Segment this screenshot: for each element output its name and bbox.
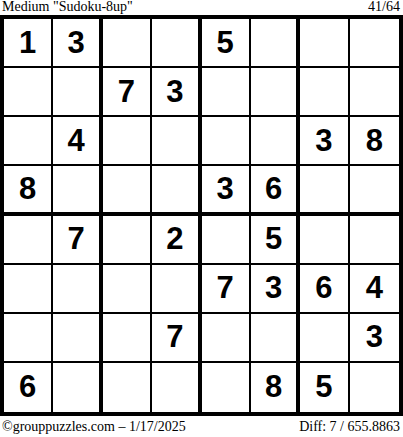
cell-r2c7 [300, 68, 349, 117]
cell-r6c7: 6 [300, 265, 349, 314]
cell-r8c8 [350, 363, 399, 412]
cell-r6c6: 3 [251, 265, 300, 314]
cell-r5c7 [300, 216, 349, 265]
cell-r3c8: 8 [350, 117, 399, 166]
cell-r5c6: 5 [251, 216, 300, 265]
cell-r1c5: 5 [202, 19, 251, 68]
cell-r3c2: 4 [53, 117, 102, 166]
cell-r8c5 [202, 363, 251, 412]
cell-r1c1: 1 [4, 19, 53, 68]
cell-r7c6 [251, 314, 300, 363]
cell-r8c7: 5 [300, 363, 349, 412]
cell-r3c7: 3 [300, 117, 349, 166]
empty-cells-counter: 41/64 [368, 0, 400, 14]
puzzle-title: Medium "Sudoku-8up" [2, 0, 133, 14]
cell-r6c2 [53, 265, 102, 314]
cell-r7c3 [103, 314, 152, 363]
cell-r5c2: 7 [53, 216, 102, 265]
cell-r8c6: 8 [251, 363, 300, 412]
cell-r4c6: 6 [251, 166, 300, 215]
cell-r2c8 [350, 68, 399, 117]
cell-r8c4 [152, 363, 201, 412]
cell-r6c5: 7 [202, 265, 251, 314]
cell-r4c5: 3 [202, 166, 251, 215]
cell-r7c2 [53, 314, 102, 363]
cell-r8c2 [53, 363, 102, 412]
cell-r7c1 [4, 314, 53, 363]
copyright-text: ©grouppuzzles.com – 1/17/2025 [2, 419, 186, 434]
cell-r4c4 [152, 166, 201, 215]
cell-r2c4: 3 [152, 68, 201, 117]
cell-r1c3 [103, 19, 152, 68]
cell-r2c6 [251, 68, 300, 117]
cell-r7c4: 7 [152, 314, 201, 363]
cell-r4c3 [103, 166, 152, 215]
cell-r4c1: 8 [4, 166, 53, 215]
cell-r1c8 [350, 19, 399, 68]
cell-r1c4 [152, 19, 201, 68]
cell-r6c3 [103, 265, 152, 314]
cell-r2c2 [53, 68, 102, 117]
cell-r5c4: 2 [152, 216, 201, 265]
sudoku-board: 13573438836725736473685 [0, 15, 403, 416]
cell-r4c7 [300, 166, 349, 215]
footer: ©grouppuzzles.com – 1/17/2025 Diff: 7 / … [2, 419, 400, 436]
header: Medium "Sudoku-8up" 41/64 [2, 0, 400, 15]
cell-r7c5 [202, 314, 251, 363]
cell-r3c3 [103, 117, 152, 166]
cell-r3c1 [4, 117, 53, 166]
cell-r7c7 [300, 314, 349, 363]
cell-r6c1 [4, 265, 53, 314]
cell-r1c7 [300, 19, 349, 68]
cell-r5c5 [202, 216, 251, 265]
cell-r8c3 [103, 363, 152, 412]
cell-r2c1 [4, 68, 53, 117]
cell-r6c4 [152, 265, 201, 314]
cell-r2c3: 7 [103, 68, 152, 117]
cell-r3c4 [152, 117, 201, 166]
cell-r4c2 [53, 166, 102, 215]
cell-r2c5 [202, 68, 251, 117]
difficulty-text: Diff: 7 / 655.8863 [299, 419, 400, 434]
cell-r4c8 [350, 166, 399, 215]
cell-r7c8: 3 [350, 314, 399, 363]
cell-r3c6 [251, 117, 300, 166]
cell-r1c2: 3 [53, 19, 102, 68]
cell-r5c8 [350, 216, 399, 265]
cell-r6c8: 4 [350, 265, 399, 314]
cell-r5c3 [103, 216, 152, 265]
cell-r5c1 [4, 216, 53, 265]
cell-r3c5 [202, 117, 251, 166]
cell-r1c6 [251, 19, 300, 68]
cell-r8c1: 6 [4, 363, 53, 412]
